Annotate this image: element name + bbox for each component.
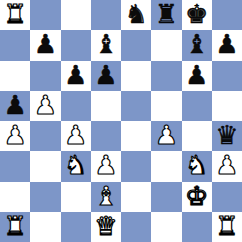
square-e7[interactable] <box>121 30 151 60</box>
white-knight[interactable]: ♞ <box>185 152 208 178</box>
black-pawn[interactable]: ♟ <box>64 62 87 88</box>
square-h6[interactable] <box>212 61 242 91</box>
square-e6[interactable] <box>121 61 151 91</box>
square-f8[interactable]: ♜ <box>151 0 181 30</box>
white-bishop[interactable]: ♝ <box>94 183 117 209</box>
black-bishop[interactable]: ♝ <box>185 31 208 57</box>
square-g6[interactable]: ♟ <box>182 61 212 91</box>
white-rook[interactable]: ♜ <box>3 1 26 27</box>
square-b8[interactable] <box>30 0 60 30</box>
square-g7[interactable]: ♝ <box>182 30 212 60</box>
square-d7[interactable]: ♝ <box>91 30 121 60</box>
square-b6[interactable] <box>30 61 60 91</box>
square-d6[interactable]: ♟ <box>91 61 121 91</box>
white-pawn[interactable]: ♟ <box>64 122 87 148</box>
square-f2[interactable] <box>151 182 181 212</box>
white-pawn[interactable]: ♟ <box>3 122 26 148</box>
square-b1[interactable] <box>30 212 60 242</box>
square-h2[interactable] <box>212 182 242 212</box>
square-d4[interactable] <box>91 121 121 151</box>
square-d2[interactable]: ♝ <box>91 182 121 212</box>
square-e3[interactable] <box>121 151 151 181</box>
square-b7[interactable]: ♟ <box>30 30 60 60</box>
square-a2[interactable] <box>0 182 30 212</box>
square-c1[interactable] <box>61 212 91 242</box>
black-knight[interactable]: ♞ <box>124 1 147 27</box>
black-queen[interactable]: ♛ <box>215 122 238 148</box>
white-rook[interactable]: ♜ <box>215 213 238 239</box>
white-king[interactable]: ♚ <box>185 183 208 209</box>
square-a4[interactable]: ♟ <box>0 121 30 151</box>
black-pawn[interactable]: ♟ <box>34 31 57 57</box>
square-a3[interactable] <box>0 151 30 181</box>
square-h7[interactable]: ♟ <box>212 30 242 60</box>
white-pawn[interactable]: ♟ <box>155 122 178 148</box>
square-g2[interactable]: ♚ <box>182 182 212 212</box>
square-g5[interactable] <box>182 91 212 121</box>
square-c6[interactable]: ♟ <box>61 61 91 91</box>
square-g8[interactable]: ♚ <box>182 0 212 30</box>
black-king[interactable]: ♚ <box>185 1 208 27</box>
square-f3[interactable] <box>151 151 181 181</box>
black-bishop[interactable]: ♝ <box>94 31 117 57</box>
square-h4[interactable]: ♛ <box>212 121 242 151</box>
square-h3[interactable]: ♟ <box>212 151 242 181</box>
white-queen[interactable]: ♛ <box>94 213 117 239</box>
square-f7[interactable] <box>151 30 181 60</box>
white-pawn[interactable]: ♟ <box>94 152 117 178</box>
black-pawn[interactable]: ♟ <box>185 62 208 88</box>
square-c5[interactable] <box>61 91 91 121</box>
square-c8[interactable] <box>61 0 91 30</box>
square-f4[interactable]: ♟ <box>151 121 181 151</box>
black-pawn[interactable]: ♟ <box>94 62 117 88</box>
square-e1[interactable] <box>121 212 151 242</box>
square-d1[interactable]: ♛ <box>91 212 121 242</box>
square-h8[interactable] <box>212 0 242 30</box>
black-rook[interactable]: ♜ <box>155 1 178 27</box>
square-g1[interactable] <box>182 212 212 242</box>
square-b4[interactable] <box>30 121 60 151</box>
square-a8[interactable]: ♜ <box>0 0 30 30</box>
square-b5[interactable]: ♟ <box>30 91 60 121</box>
square-f5[interactable] <box>151 91 181 121</box>
white-knight[interactable]: ♞ <box>64 152 87 178</box>
square-a6[interactable] <box>0 61 30 91</box>
black-pawn[interactable]: ♟ <box>215 31 238 57</box>
black-pawn[interactable]: ♟ <box>3 92 26 118</box>
square-d8[interactable] <box>91 0 121 30</box>
square-a1[interactable]: ♜ <box>0 212 30 242</box>
square-d5[interactable] <box>91 91 121 121</box>
square-h5[interactable] <box>212 91 242 121</box>
square-h1[interactable]: ♜ <box>212 212 242 242</box>
chess-board: ♜♞♜♚♟♝♝♟♟♟♟♟♟♟♟♟♛♞♟♞♟♝♚♜♛♜ <box>0 0 242 242</box>
square-f1[interactable] <box>151 212 181 242</box>
square-e2[interactable] <box>121 182 151 212</box>
square-e4[interactable] <box>121 121 151 151</box>
square-c2[interactable] <box>61 182 91 212</box>
square-g4[interactable] <box>182 121 212 151</box>
square-c4[interactable]: ♟ <box>61 121 91 151</box>
square-g3[interactable]: ♞ <box>182 151 212 181</box>
square-c7[interactable] <box>61 30 91 60</box>
square-b2[interactable] <box>30 182 60 212</box>
white-pawn[interactable]: ♟ <box>215 152 238 178</box>
square-f6[interactable] <box>151 61 181 91</box>
square-e5[interactable] <box>121 91 151 121</box>
square-a7[interactable] <box>0 30 30 60</box>
square-c3[interactable]: ♞ <box>61 151 91 181</box>
white-rook[interactable]: ♜ <box>3 213 26 239</box>
square-d3[interactable]: ♟ <box>91 151 121 181</box>
square-e8[interactable]: ♞ <box>121 0 151 30</box>
square-a5[interactable]: ♟ <box>0 91 30 121</box>
square-b3[interactable] <box>30 151 60 181</box>
white-pawn[interactable]: ♟ <box>34 92 57 118</box>
